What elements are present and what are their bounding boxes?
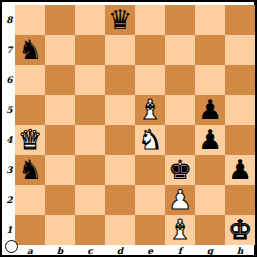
square-a1[interactable]: [15, 215, 45, 245]
square-f4[interactable]: [165, 125, 195, 155]
square-e2[interactable]: [135, 185, 165, 215]
square-g8[interactable]: [195, 5, 225, 35]
square-e6[interactable]: [135, 65, 165, 95]
square-b8[interactable]: [45, 5, 75, 35]
diagram-background: 87654321 ♛♞♝♟♛♞♟♞♚♟♟♝♚ abcdefgh: [2, 2, 254, 255]
file-label-e: e: [135, 245, 165, 257]
square-g6[interactable]: [195, 65, 225, 95]
square-c8[interactable]: [75, 5, 105, 35]
square-h8[interactable]: [225, 5, 255, 35]
square-e5[interactable]: ♝: [135, 95, 165, 125]
square-h6[interactable]: [225, 65, 255, 95]
square-h4[interactable]: [225, 125, 255, 155]
square-g7[interactable]: [195, 35, 225, 65]
square-a7[interactable]: ♞: [15, 35, 45, 65]
square-c6[interactable]: [75, 65, 105, 95]
square-a4[interactable]: ♛: [15, 125, 45, 155]
square-e3[interactable]: [135, 155, 165, 185]
black-knight: ♞: [18, 155, 42, 185]
file-label-g: g: [195, 245, 225, 257]
rank-label-4: 4: [4, 125, 15, 155]
square-c5[interactable]: [75, 95, 105, 125]
square-h5[interactable]: [225, 95, 255, 125]
square-d6[interactable]: [105, 65, 135, 95]
white-pawn: ♟: [168, 185, 192, 215]
square-f8[interactable]: [165, 5, 195, 35]
square-f1[interactable]: ♝: [165, 215, 195, 245]
square-g5[interactable]: ♟: [195, 95, 225, 125]
square-b3[interactable]: [45, 155, 75, 185]
file-label-a: a: [15, 245, 45, 257]
square-a2[interactable]: [15, 185, 45, 215]
square-g4[interactable]: ♟: [195, 125, 225, 155]
square-d8[interactable]: ♛: [105, 5, 135, 35]
square-e4[interactable]: ♞: [135, 125, 165, 155]
rank-label-7: 7: [4, 35, 15, 65]
square-h2[interactable]: [225, 185, 255, 215]
square-f6[interactable]: [165, 65, 195, 95]
square-g3[interactable]: [195, 155, 225, 185]
square-f3[interactable]: ♚: [165, 155, 195, 185]
square-d7[interactable]: [105, 35, 135, 65]
square-f7[interactable]: [165, 35, 195, 65]
file-label-d: d: [105, 245, 135, 257]
square-h7[interactable]: [225, 35, 255, 65]
rank-label-6: 6: [4, 65, 15, 95]
square-a8[interactable]: [15, 5, 45, 35]
square-c4[interactable]: [75, 125, 105, 155]
square-g2[interactable]: [195, 185, 225, 215]
file-label-h: h: [225, 245, 255, 257]
file-label-c: c: [75, 245, 105, 257]
white-bishop: ♝: [168, 215, 192, 245]
rank-label-3: 3: [4, 155, 15, 185]
square-g1[interactable]: [195, 215, 225, 245]
white-to-move-indicator: [5, 240, 18, 253]
square-h3[interactable]: ♟: [225, 155, 255, 185]
square-c3[interactable]: [75, 155, 105, 185]
square-d5[interactable]: [105, 95, 135, 125]
square-d2[interactable]: [105, 185, 135, 215]
square-a5[interactable]: [15, 95, 45, 125]
square-f5[interactable]: [165, 95, 195, 125]
file-label-b: b: [45, 245, 75, 257]
black-pawn: ♟: [198, 95, 222, 125]
white-knight: ♞: [138, 125, 162, 155]
square-b4[interactable]: [45, 125, 75, 155]
square-c2[interactable]: [75, 185, 105, 215]
square-a3[interactable]: ♞: [15, 155, 45, 185]
white-bishop: ♝: [138, 95, 162, 125]
square-e8[interactable]: [135, 5, 165, 35]
square-e7[interactable]: [135, 35, 165, 65]
square-f2[interactable]: ♟: [165, 185, 195, 215]
square-h1[interactable]: ♚: [225, 215, 255, 245]
chess-diagram: 87654321 ♛♞♝♟♛♞♟♞♚♟♟♝♚ abcdefgh: [0, 0, 257, 257]
white-king: ♚: [228, 215, 252, 245]
black-pawn: ♟: [198, 125, 222, 155]
square-d4[interactable]: [105, 125, 135, 155]
chess-board: ♛♞♝♟♛♞♟♞♚♟♟♝♚: [15, 5, 255, 245]
square-b7[interactable]: [45, 35, 75, 65]
rank-label-8: 8: [4, 5, 15, 35]
square-c7[interactable]: [75, 35, 105, 65]
rank-label-2: 2: [4, 185, 15, 215]
square-e1[interactable]: [135, 215, 165, 245]
square-b1[interactable]: [45, 215, 75, 245]
file-labels: abcdefgh: [15, 245, 255, 257]
black-pawn: ♟: [228, 155, 252, 185]
black-king: ♚: [168, 155, 192, 185]
square-b6[interactable]: [45, 65, 75, 95]
rank-labels: 87654321: [4, 5, 15, 245]
square-c1[interactable]: [75, 215, 105, 245]
black-knight: ♞: [18, 35, 42, 65]
square-a6[interactable]: [15, 65, 45, 95]
square-d3[interactable]: [105, 155, 135, 185]
square-b5[interactable]: [45, 95, 75, 125]
black-queen: ♛: [108, 5, 132, 35]
square-d1[interactable]: [105, 215, 135, 245]
square-b2[interactable]: [45, 185, 75, 215]
white-queen: ♛: [18, 125, 42, 155]
file-label-f: f: [165, 245, 195, 257]
rank-label-5: 5: [4, 95, 15, 125]
